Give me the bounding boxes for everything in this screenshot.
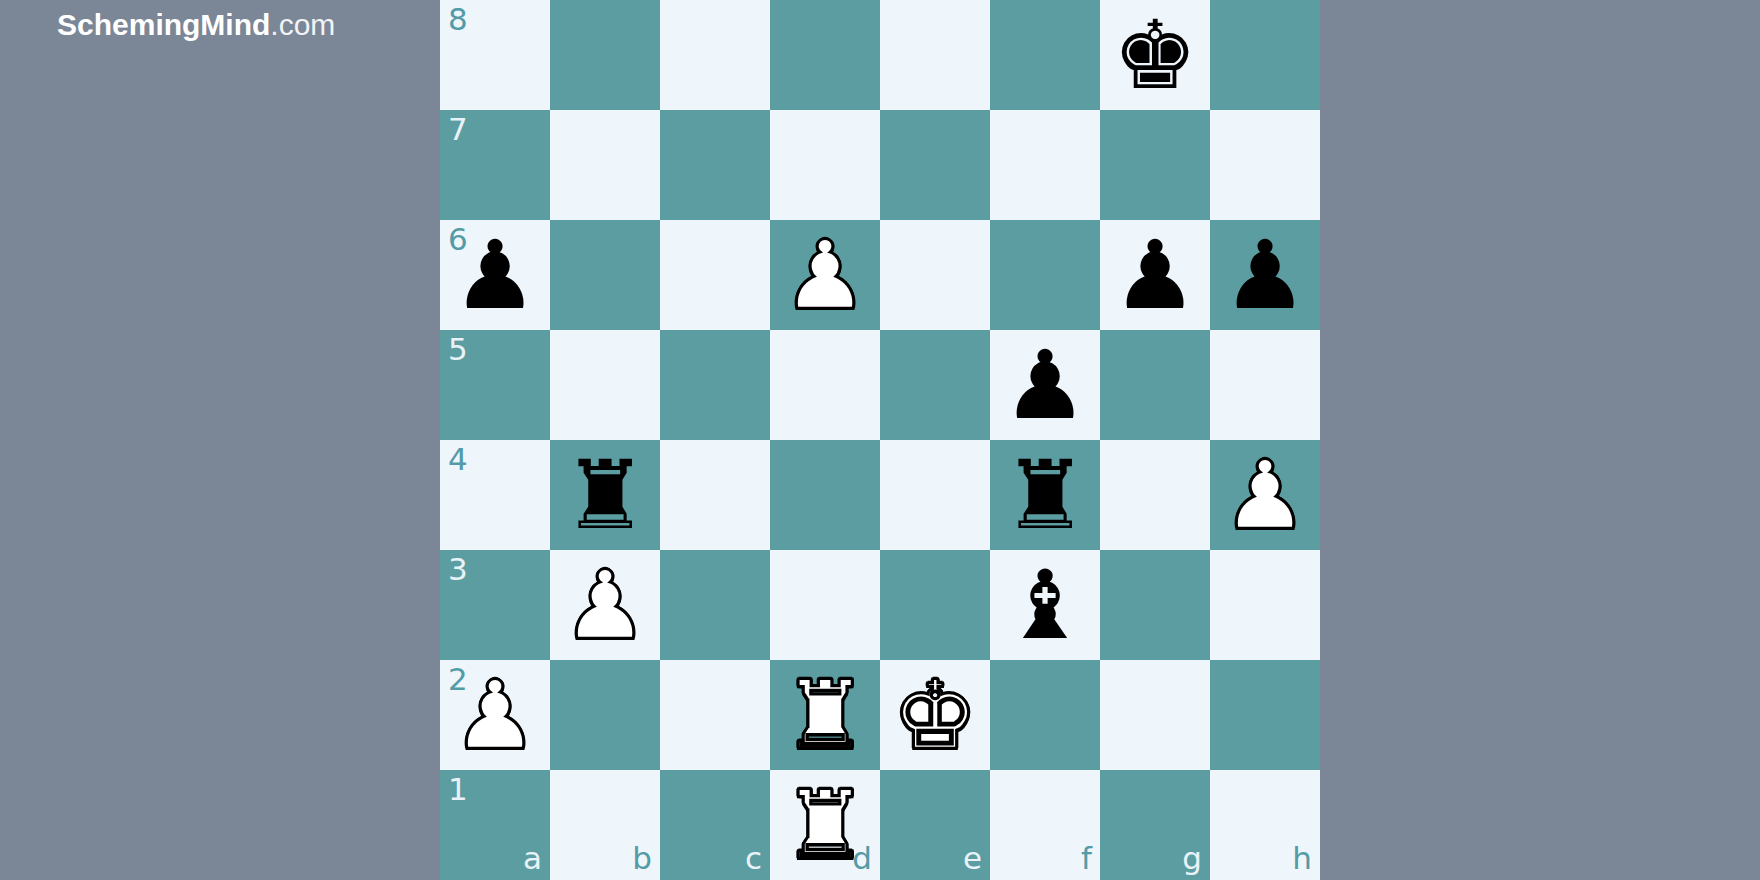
black-rook-b4[interactable]: ♜ [550,440,660,550]
square-g8[interactable]: ♚ [1100,0,1210,110]
rank-label-8: 8 [448,2,468,36]
square-f5[interactable]: ♟ [990,330,1100,440]
square-c6[interactable] [660,220,770,330]
white-king-e2[interactable]: ♚ [880,660,990,770]
square-c4[interactable] [660,440,770,550]
square-e7[interactable] [880,110,990,220]
square-f1[interactable]: f [990,770,1100,880]
square-a8[interactable]: 8 [440,0,550,110]
black-king-g8[interactable]: ♚ [1100,0,1210,110]
white-rook-d2[interactable]: ♜ [770,660,880,770]
square-b5[interactable] [550,330,660,440]
square-h4[interactable]: ♟ [1210,440,1320,550]
square-d5[interactable] [770,330,880,440]
square-d1[interactable]: d♜ [770,770,880,880]
square-g6[interactable]: ♟ [1100,220,1210,330]
square-f6[interactable] [990,220,1100,330]
square-f7[interactable] [990,110,1100,220]
square-b4[interactable]: ♜ [550,440,660,550]
site-logo-name: SchemingMind [57,8,270,41]
square-f2[interactable] [990,660,1100,770]
square-c1[interactable]: c [660,770,770,880]
square-a7[interactable]: 7 [440,110,550,220]
square-c3[interactable] [660,550,770,660]
square-d2[interactable]: ♜ [770,660,880,770]
square-g5[interactable] [1100,330,1210,440]
square-a5[interactable]: 5 [440,330,550,440]
square-h6[interactable]: ♟ [1210,220,1320,330]
square-h5[interactable] [1210,330,1320,440]
square-g2[interactable] [1100,660,1210,770]
white-pawn-b3[interactable]: ♟ [550,550,660,660]
square-h8[interactable] [1210,0,1320,110]
square-b2[interactable] [550,660,660,770]
square-d3[interactable] [770,550,880,660]
square-e1[interactable]: e [880,770,990,880]
chess-board: 8♚76♟♟♟♟5♟4♜♜♟3♟♝2♟♜♚1abcd♜efgh [440,0,1320,880]
square-h1[interactable]: h [1210,770,1320,880]
file-label-h: h [1292,841,1312,875]
black-pawn-h6[interactable]: ♟ [1210,220,1320,330]
square-h2[interactable] [1210,660,1320,770]
square-d8[interactable] [770,0,880,110]
square-e4[interactable] [880,440,990,550]
square-d7[interactable] [770,110,880,220]
square-a3[interactable]: 3 [440,550,550,660]
square-h3[interactable] [1210,550,1320,660]
site-logo-suffix: .com [270,8,335,41]
square-e3[interactable] [880,550,990,660]
square-b1[interactable]: b [550,770,660,880]
black-bishop-f3[interactable]: ♝ [990,550,1100,660]
square-c5[interactable] [660,330,770,440]
rank-label-1: 1 [448,772,468,806]
square-f4[interactable]: ♜ [990,440,1100,550]
square-a4[interactable]: 4 [440,440,550,550]
white-pawn-d6[interactable]: ♟ [770,220,880,330]
square-a1[interactable]: 1a [440,770,550,880]
file-label-f: f [1081,841,1092,875]
square-g1[interactable]: g [1100,770,1210,880]
file-label-a: a [523,841,542,875]
square-e5[interactable] [880,330,990,440]
rank-label-5: 5 [448,332,468,366]
black-pawn-g6[interactable]: ♟ [1100,220,1210,330]
rank-label-7: 7 [448,112,468,146]
file-label-b: b [632,841,652,875]
square-d6[interactable]: ♟ [770,220,880,330]
file-label-c: c [745,841,762,875]
page: SchemingMind.com 8♚76♟♟♟♟5♟4♜♜♟3♟♝2♟♜♚1a… [0,0,1760,880]
square-h7[interactable] [1210,110,1320,220]
black-pawn-f5[interactable]: ♟ [990,330,1100,440]
square-b8[interactable] [550,0,660,110]
site-logo[interactable]: SchemingMind.com [57,8,335,41]
square-b6[interactable] [550,220,660,330]
rank-label-2: 2 [448,662,468,696]
square-e6[interactable] [880,220,990,330]
rank-label-4: 4 [448,442,468,476]
square-f3[interactable]: ♝ [990,550,1100,660]
rank-label-6: 6 [448,222,468,256]
square-e2[interactable]: ♚ [880,660,990,770]
square-e8[interactable] [880,0,990,110]
rank-label-3: 3 [448,552,468,586]
square-a6[interactable]: 6♟ [440,220,550,330]
black-rook-f4[interactable]: ♜ [990,440,1100,550]
square-c7[interactable] [660,110,770,220]
square-f8[interactable] [990,0,1100,110]
square-g3[interactable] [1100,550,1210,660]
square-g4[interactable] [1100,440,1210,550]
file-label-e: e [963,841,982,875]
white-pawn-h4[interactable]: ♟ [1210,440,1320,550]
file-label-d: d [852,841,872,875]
square-d4[interactable] [770,440,880,550]
square-c2[interactable] [660,660,770,770]
file-label-g: g [1182,841,1202,875]
square-a2[interactable]: 2♟ [440,660,550,770]
square-b7[interactable] [550,110,660,220]
square-g7[interactable] [1100,110,1210,220]
square-b3[interactable]: ♟ [550,550,660,660]
square-c8[interactable] [660,0,770,110]
